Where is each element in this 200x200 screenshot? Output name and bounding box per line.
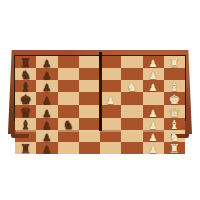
white-pawn: ♟ xyxy=(149,71,158,81)
black-pawn: ♟ xyxy=(42,96,51,106)
chess-board: ♜♟♟♜♞♟♟♝♟♞♟♝♚♟♟♚♛♟♟♛♝♟♞♟♝♟♟♞♜♟♟♜ xyxy=(8,50,192,134)
black-pawn: ♟ xyxy=(42,83,51,93)
square: ♟ xyxy=(36,118,57,130)
white-pawn: ♟ xyxy=(149,83,158,93)
white-pawn: ♟ xyxy=(106,96,115,106)
square: ♟ xyxy=(143,68,164,80)
square: ♟ xyxy=(143,105,164,118)
square xyxy=(79,142,100,154)
square: ♝ xyxy=(15,118,36,130)
square xyxy=(121,105,142,118)
square: ♟ xyxy=(36,56,57,68)
black-pawn: ♟ xyxy=(42,133,51,143)
square xyxy=(79,56,100,68)
square xyxy=(79,92,100,105)
square: ♚ xyxy=(15,92,36,105)
square: ♞ xyxy=(121,80,142,92)
black-pawn: ♟ xyxy=(42,109,51,119)
square: ♛ xyxy=(164,105,185,118)
square: ♟ xyxy=(143,118,164,130)
square xyxy=(100,105,121,118)
square: ♛ xyxy=(15,105,36,118)
square xyxy=(100,80,121,92)
square xyxy=(79,105,100,118)
white-rook: ♜ xyxy=(169,57,180,69)
square xyxy=(79,68,100,80)
square xyxy=(100,142,121,154)
black-pawn: ♟ xyxy=(42,71,51,81)
square xyxy=(121,118,142,130)
square xyxy=(58,80,79,92)
white-pawn: ♟ xyxy=(149,109,158,119)
square: ♚ xyxy=(164,92,185,105)
fold-hinge-seam xyxy=(99,52,102,131)
square xyxy=(58,68,79,80)
square: ♟ xyxy=(143,142,164,154)
black-pawn: ♟ xyxy=(42,145,51,155)
black-pawn: ♟ xyxy=(42,121,51,131)
square: ♟ xyxy=(143,80,164,92)
white-pawn: ♟ xyxy=(149,59,158,69)
square xyxy=(58,92,79,105)
square: ♜ xyxy=(164,56,185,68)
black-bishop: ♝ xyxy=(20,119,31,131)
square: ♟ xyxy=(36,105,57,118)
square xyxy=(121,56,142,68)
square xyxy=(143,92,164,105)
square xyxy=(100,68,121,80)
white-knight: ♞ xyxy=(126,81,137,93)
black-rook: ♜ xyxy=(20,143,31,155)
square: ♜ xyxy=(164,142,185,154)
square xyxy=(100,118,121,130)
square: ♝ xyxy=(15,80,36,92)
square: ♞ xyxy=(15,68,36,80)
square xyxy=(121,142,142,154)
square: ♟ xyxy=(36,80,57,92)
white-pawn: ♟ xyxy=(149,121,158,131)
square: ♜ xyxy=(15,142,36,154)
square: ♟ xyxy=(36,68,57,80)
product-photo: ♜♟♟♜♞♟♟♝♟♞♟♝♚♟♟♚♛♟♟♛♝♟♞♟♝♟♟♞♜♟♟♜ xyxy=(0,0,200,200)
square xyxy=(100,56,121,68)
black-knight: ♞ xyxy=(63,119,74,131)
square xyxy=(79,118,100,130)
square xyxy=(79,80,100,92)
square: ♜ xyxy=(15,56,36,68)
black-pawn: ♟ xyxy=(42,59,51,69)
square: ♝ xyxy=(164,80,185,92)
white-pawn: ♟ xyxy=(149,133,158,143)
square: ♞ xyxy=(58,118,79,130)
white-pawn: ♟ xyxy=(149,145,158,155)
white-rook: ♜ xyxy=(169,143,180,155)
square xyxy=(58,142,79,154)
square: ♟ xyxy=(36,142,57,154)
square: ♟ xyxy=(36,92,57,105)
square: ♟ xyxy=(143,56,164,68)
square xyxy=(58,56,79,68)
square xyxy=(121,68,142,80)
square xyxy=(58,105,79,118)
board-foot-left xyxy=(11,134,29,138)
square: ♝ xyxy=(164,118,185,130)
square: ♟ xyxy=(100,92,121,105)
